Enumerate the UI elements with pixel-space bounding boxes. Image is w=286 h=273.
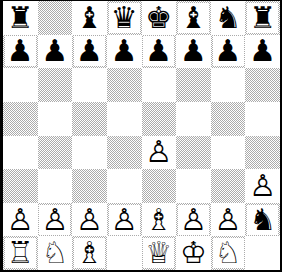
square-g1[interactable]: ♘ (211, 236, 246, 270)
white-pawn[interactable]: ♙ (109, 205, 140, 235)
square-b4[interactable] (38, 136, 73, 170)
square-g7[interactable]: ♟ (211, 35, 246, 69)
square-f8[interactable]: ♝ (176, 1, 211, 35)
square-g2[interactable]: ♙ (211, 203, 246, 237)
square-d2[interactable]: ♙ (107, 203, 142, 237)
square-h4[interactable] (245, 136, 280, 170)
square-a2[interactable]: ♙ (3, 203, 38, 237)
square-e2[interactable]: ♗ (142, 203, 177, 237)
square-d6[interactable] (107, 68, 142, 102)
white-bishop[interactable]: ♗ (74, 238, 105, 268)
square-b5[interactable] (38, 102, 73, 136)
white-bishop[interactable]: ♗ (143, 205, 174, 235)
black-rook[interactable]: ♜ (247, 3, 278, 33)
white-pawn[interactable]: ♙ (213, 205, 244, 235)
square-h1[interactable] (245, 236, 280, 270)
square-h8[interactable]: ♜ (245, 1, 280, 35)
square-a7[interactable]: ♟ (3, 35, 38, 69)
square-c3[interactable] (72, 169, 107, 203)
white-knight[interactable]: ♘ (213, 238, 244, 268)
square-g6[interactable] (211, 68, 246, 102)
square-d8[interactable]: ♛ (107, 1, 142, 35)
square-h7[interactable]: ♟ (245, 35, 280, 69)
square-c8[interactable]: ♝ (72, 1, 107, 35)
black-pawn[interactable]: ♟ (213, 36, 244, 66)
square-b6[interactable] (38, 68, 73, 102)
white-pawn[interactable]: ♙ (5, 205, 36, 235)
square-a4[interactable] (3, 136, 38, 170)
square-g8[interactable]: ♞ (211, 1, 246, 35)
square-c2[interactable]: ♙ (72, 203, 107, 237)
square-c6[interactable] (72, 68, 107, 102)
square-f7[interactable]: ♟ (176, 35, 211, 69)
black-pawn[interactable]: ♟ (5, 36, 36, 66)
square-h3[interactable]: ♙ (245, 169, 280, 203)
square-f6[interactable] (176, 68, 211, 102)
square-b8[interactable] (38, 1, 73, 35)
square-e1[interactable]: ♕ (142, 236, 177, 270)
black-rook[interactable]: ♜ (5, 3, 36, 33)
white-pawn[interactable]: ♙ (143, 137, 174, 167)
square-a3[interactable] (3, 169, 38, 203)
black-bishop[interactable]: ♝ (178, 3, 209, 33)
white-king[interactable]: ♔ (178, 238, 209, 268)
square-e7[interactable]: ♟ (142, 35, 177, 69)
white-pawn[interactable]: ♙ (178, 205, 209, 235)
white-pawn[interactable]: ♙ (74, 205, 105, 235)
square-c7[interactable]: ♟ (72, 35, 107, 69)
black-pawn[interactable]: ♟ (178, 36, 209, 66)
black-bishop[interactable]: ♝ (74, 3, 105, 33)
square-e6[interactable] (142, 68, 177, 102)
square-b2[interactable]: ♙ (38, 203, 73, 237)
white-rook[interactable]: ♖ (5, 238, 36, 268)
square-e3[interactable] (142, 169, 177, 203)
square-a6[interactable] (3, 68, 38, 102)
square-c1[interactable]: ♗ (72, 236, 107, 270)
square-d7[interactable]: ♟ (107, 35, 142, 69)
black-pawn[interactable]: ♟ (39, 36, 70, 66)
white-pawn[interactable]: ♙ (247, 171, 278, 201)
square-a1[interactable]: ♖ (3, 236, 38, 270)
square-h6[interactable] (245, 68, 280, 102)
black-knight[interactable]: ♞ (213, 3, 244, 33)
black-knight[interactable]: ♞ (247, 205, 278, 235)
square-a5[interactable] (3, 102, 38, 136)
square-f5[interactable] (176, 102, 211, 136)
black-pawn[interactable]: ♟ (74, 36, 105, 66)
square-b3[interactable] (38, 169, 73, 203)
black-pawn[interactable]: ♟ (143, 36, 174, 66)
square-a8[interactable]: ♜ (3, 1, 38, 35)
square-e8[interactable]: ♚ (142, 1, 177, 35)
square-f2[interactable]: ♙ (176, 203, 211, 237)
square-g3[interactable] (211, 169, 246, 203)
square-e4[interactable]: ♙ (142, 136, 177, 170)
square-c5[interactable] (72, 102, 107, 136)
square-h2[interactable]: ♞ (245, 203, 280, 237)
square-d5[interactable] (107, 102, 142, 136)
square-b7[interactable]: ♟ (38, 35, 73, 69)
square-f3[interactable] (176, 169, 211, 203)
white-queen[interactable]: ♕ (143, 238, 174, 268)
white-pawn[interactable]: ♙ (39, 205, 70, 235)
square-b1[interactable]: ♘ (38, 236, 73, 270)
black-pawn[interactable]: ♟ (247, 36, 278, 66)
square-e5[interactable] (142, 102, 177, 136)
square-g4[interactable] (211, 136, 246, 170)
black-pawn[interactable]: ♟ (109, 36, 140, 66)
square-f4[interactable] (176, 136, 211, 170)
square-d4[interactable] (107, 136, 142, 170)
square-d1[interactable] (107, 236, 142, 270)
square-d3[interactable] (107, 169, 142, 203)
chess-app-window: ♜♝♛♚♝♞♜♟♟♟♟♟♟♟♟♙♙♙♙♙♙♗♙♙♞♖♘♗♕♔♘ (0, 0, 286, 273)
black-king[interactable]: ♚ (143, 3, 174, 33)
black-queen[interactable]: ♛ (109, 3, 140, 33)
square-f1[interactable]: ♔ (176, 236, 211, 270)
square-h5[interactable] (245, 102, 280, 136)
chess-board: ♜♝♛♚♝♞♜♟♟♟♟♟♟♟♟♙♙♙♙♙♙♗♙♙♞♖♘♗♕♔♘ (0, 0, 282, 272)
square-g5[interactable] (211, 102, 246, 136)
square-c4[interactable] (72, 136, 107, 170)
white-knight[interactable]: ♘ (39, 238, 70, 268)
